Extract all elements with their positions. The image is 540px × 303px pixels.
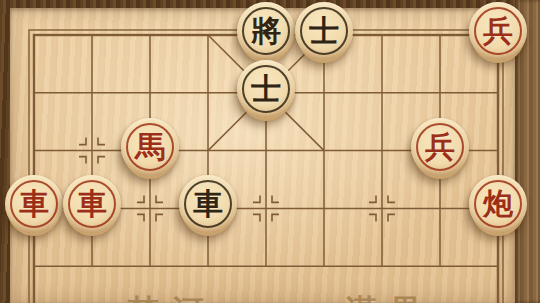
red-chariot-b-glyph: 車 bbox=[63, 175, 121, 233]
river-label-chu-he: 楚河 bbox=[126, 290, 216, 303]
piece-red-pawn-b[interactable]: 兵 bbox=[411, 118, 469, 176]
black-advisor-b-glyph: 士 bbox=[237, 60, 295, 118]
piece-red-horse[interactable]: 馬 bbox=[121, 118, 179, 176]
piece-red-cannon[interactable]: 炮 bbox=[469, 175, 527, 233]
red-horse-glyph: 馬 bbox=[121, 118, 179, 176]
piece-black-advisor-b[interactable]: 士 bbox=[237, 60, 295, 118]
black-chariot-glyph: 車 bbox=[179, 175, 237, 233]
black-general-glyph: 將 bbox=[237, 2, 295, 60]
xiangqi-app-window: 楚河 漢界 將士士車兵兵馬車車炮 bbox=[0, 0, 540, 303]
river-label-han-jie: 漢界 bbox=[344, 290, 434, 303]
piece-red-chariot-b[interactable]: 車 bbox=[63, 175, 121, 233]
red-cannon-glyph: 炮 bbox=[469, 175, 527, 233]
piece-black-general[interactable]: 將 bbox=[237, 2, 295, 60]
piece-red-pawn-a[interactable]: 兵 bbox=[469, 2, 527, 60]
piece-black-chariot[interactable]: 車 bbox=[179, 175, 237, 233]
black-advisor-a-glyph: 士 bbox=[295, 2, 353, 60]
piece-black-advisor-a[interactable]: 士 bbox=[295, 2, 353, 60]
piece-red-chariot-a[interactable]: 車 bbox=[5, 175, 63, 233]
red-chariot-a-glyph: 車 bbox=[5, 175, 63, 233]
xiangqi-board[interactable]: 楚河 漢界 將士士車兵兵馬車車炮 bbox=[10, 8, 515, 303]
red-pawn-a-glyph: 兵 bbox=[469, 2, 527, 60]
red-pawn-b-glyph: 兵 bbox=[411, 118, 469, 176]
